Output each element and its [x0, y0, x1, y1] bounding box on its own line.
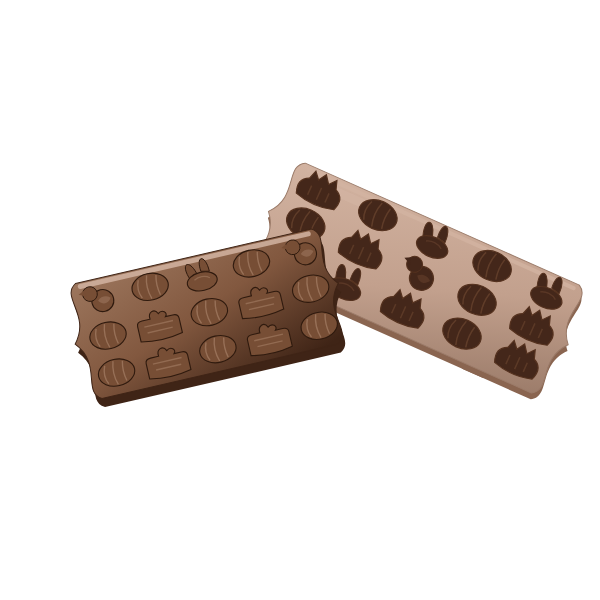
product-photo: Silicone Easter chocolate mold with mold…: [0, 0, 600, 600]
chocolate-tray: [62, 226, 355, 411]
photo-canvas: [0, 0, 600, 600]
